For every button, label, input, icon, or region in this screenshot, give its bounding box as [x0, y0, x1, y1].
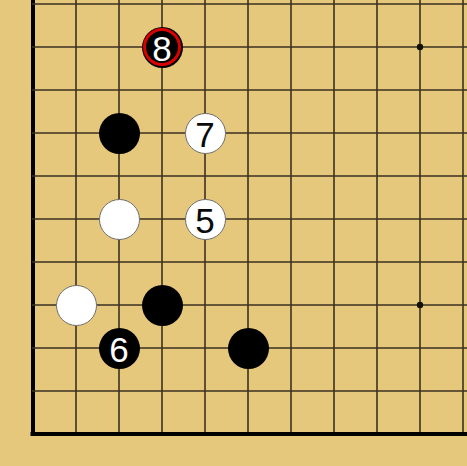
- board-stones-layer: 8756: [12, 0, 467, 456]
- go-board: 8756: [0, 0, 467, 466]
- stone-move-number: 8: [152, 31, 171, 66]
- stone-move-number: 7: [195, 117, 214, 152]
- stone-move-number: 5: [195, 203, 214, 238]
- stone-black-d4: [142, 285, 183, 326]
- stone-black-c3: 6: [99, 328, 140, 369]
- stone-black-c8: [99, 113, 140, 154]
- stone-move-number: 6: [109, 332, 128, 367]
- stone-white-e8: 7: [185, 113, 226, 154]
- stone-white-c6: [99, 199, 140, 240]
- stone-white-e6: 5: [185, 199, 226, 240]
- stone-white-b4: [56, 285, 97, 326]
- stone-black-d10: 8: [142, 27, 183, 68]
- stone-black-f3: [228, 328, 269, 369]
